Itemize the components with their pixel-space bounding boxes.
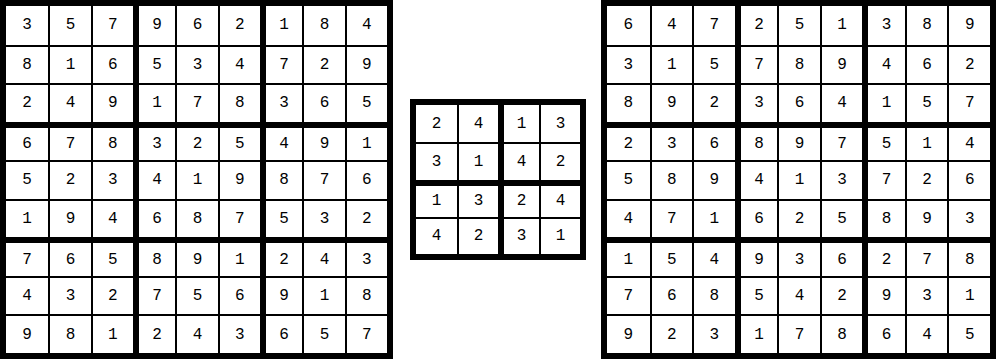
sudoku-cell-right-r3c2: 9 [650, 83, 693, 122]
sudoku-cell-right-r2c1: 3 [607, 45, 650, 84]
sudoku-cell-right-r1c8: 8 [905, 6, 948, 45]
sudoku-cell-left-r9c9: 7 [345, 314, 387, 353]
sudoku-cell-left-r6c8: 3 [302, 199, 344, 238]
sudoku-cell-left-r1c2: 5 [48, 6, 90, 45]
sudoku-cell-left-r4c9: 1 [345, 122, 387, 161]
sudoku-cell-left-r1c7: 1 [260, 6, 302, 45]
sudoku-cell-middle-r4c4: 1 [539, 217, 580, 254]
sudoku-cell-left-r2c8: 2 [302, 45, 344, 84]
sudoku-cell-right-r5c8: 2 [905, 160, 948, 199]
sudoku-cell-right-r1c3: 7 [692, 6, 735, 45]
sudoku-cell-left-r8c2: 3 [48, 276, 90, 315]
sudoku-cell-right-r7c7: 2 [862, 237, 905, 276]
sudoku-cell-right-r4c4: 8 [735, 122, 778, 161]
sudoku-cell-left-r2c5: 3 [175, 45, 217, 84]
sudoku-cell-middle-r2c2: 1 [457, 142, 498, 179]
sudoku-cell-middle-r3c1: 1 [416, 180, 457, 217]
sudoku-cell-right-r6c4: 6 [735, 199, 778, 238]
sudoku-cell-left-r9c7: 6 [260, 314, 302, 353]
sudoku-cell-left-r7c4: 8 [133, 237, 175, 276]
sudoku-cell-left-r4c1: 6 [6, 122, 48, 161]
sudoku-cell-right-r8c5: 4 [777, 276, 820, 315]
sudoku-cell-left-r6c2: 9 [48, 199, 90, 238]
sudoku-cell-left-r3c5: 7 [175, 83, 217, 122]
sudoku-cell-left-r8c6: 6 [218, 276, 260, 315]
sudoku-cell-left-r3c7: 3 [260, 83, 302, 122]
sudoku-cell-left-r7c3: 5 [91, 237, 133, 276]
sudoku-cell-right-r6c5: 2 [777, 199, 820, 238]
sudoku-cell-right-r6c8: 9 [905, 199, 948, 238]
sudoku-cell-right-r4c5: 9 [777, 122, 820, 161]
sudoku-cell-right-r5c9: 6 [947, 160, 990, 199]
sudoku-cell-right-r9c4: 1 [735, 314, 778, 353]
sudoku-cell-left-r4c3: 8 [91, 122, 133, 161]
sudoku-cell-right-r1c6: 1 [820, 6, 863, 45]
sudoku-cell-left-r1c4: 9 [133, 6, 175, 45]
sudoku-cell-right-r3c9: 7 [947, 83, 990, 122]
sudoku-cell-left-r7c7: 2 [260, 237, 302, 276]
sudoku-cell-right-r8c2: 6 [650, 276, 693, 315]
sudoku-cell-right-r6c9: 3 [947, 199, 990, 238]
sudoku-cell-left-r6c4: 6 [133, 199, 175, 238]
sudoku-cell-right-r6c1: 4 [607, 199, 650, 238]
sudoku-cell-left-r8c1: 4 [6, 276, 48, 315]
sudoku-board-middle-4x4: 2413314213244231 [410, 99, 586, 260]
sudoku-cell-right-r3c3: 2 [692, 83, 735, 122]
sudoku-cell-right-r9c7: 6 [862, 314, 905, 353]
sudoku-cell-left-r8c3: 2 [91, 276, 133, 315]
sudoku-cell-right-r7c1: 1 [607, 237, 650, 276]
sudoku-cell-right-r9c2: 2 [650, 314, 693, 353]
sudoku-cell-middle-r3c2: 3 [457, 180, 498, 217]
sudoku-worksheet: 3579621848165347292491783656783254915234… [0, 0, 996, 359]
sudoku-cell-left-r3c2: 4 [48, 83, 90, 122]
sudoku-cell-right-r3c1: 8 [607, 83, 650, 122]
sudoku-cell-right-r9c3: 3 [692, 314, 735, 353]
sudoku-cell-left-r6c6: 7 [218, 199, 260, 238]
sudoku-cell-left-r5c4: 4 [133, 160, 175, 199]
sudoku-cell-right-r8c7: 9 [862, 276, 905, 315]
sudoku-cell-left-r1c6: 2 [218, 6, 260, 45]
sudoku-cell-right-r5c3: 9 [692, 160, 735, 199]
sudoku-cell-left-r4c5: 2 [175, 122, 217, 161]
sudoku-cell-left-r1c1: 3 [6, 6, 48, 45]
sudoku-cell-right-r9c9: 5 [947, 314, 990, 353]
sudoku-cell-right-r5c6: 3 [820, 160, 863, 199]
sudoku-cell-left-r7c9: 3 [345, 237, 387, 276]
sudoku-cell-left-r8c5: 5 [175, 276, 217, 315]
sudoku-cell-middle-r4c2: 2 [457, 217, 498, 254]
sudoku-cell-left-r2c6: 4 [218, 45, 260, 84]
sudoku-cell-left-r2c7: 7 [260, 45, 302, 84]
sudoku-cell-right-r2c2: 1 [650, 45, 693, 84]
sudoku-cell-right-r8c4: 5 [735, 276, 778, 315]
sudoku-cell-right-r9c8: 4 [905, 314, 948, 353]
sudoku-cell-left-r8c9: 8 [345, 276, 387, 315]
sudoku-cell-right-r7c9: 8 [947, 237, 990, 276]
sudoku-cell-right-r9c6: 8 [820, 314, 863, 353]
sudoku-cell-left-r4c6: 5 [218, 122, 260, 161]
sudoku-cell-left-r3c8: 6 [302, 83, 344, 122]
sudoku-cell-right-r8c8: 3 [905, 276, 948, 315]
sudoku-cell-left-r9c2: 8 [48, 314, 90, 353]
sudoku-cell-left-r2c1: 8 [6, 45, 48, 84]
sudoku-cell-left-r4c4: 3 [133, 122, 175, 161]
sudoku-cell-right-r2c8: 6 [905, 45, 948, 84]
sudoku-cell-right-r6c7: 8 [862, 199, 905, 238]
sudoku-cell-right-r1c5: 5 [777, 6, 820, 45]
sudoku-cell-left-r8c7: 9 [260, 276, 302, 315]
sudoku-cell-left-r7c6: 1 [218, 237, 260, 276]
sudoku-cell-left-r2c3: 6 [91, 45, 133, 84]
sudoku-cell-left-r5c7: 8 [260, 160, 302, 199]
sudoku-cell-right-r4c7: 5 [862, 122, 905, 161]
sudoku-cell-right-r2c9: 2 [947, 45, 990, 84]
sudoku-cell-left-r9c6: 3 [218, 314, 260, 353]
sudoku-cell-left-r3c6: 8 [218, 83, 260, 122]
sudoku-cell-left-r6c3: 4 [91, 199, 133, 238]
sudoku-cell-right-r5c2: 8 [650, 160, 693, 199]
sudoku-cell-left-r3c4: 1 [133, 83, 175, 122]
sudoku-cell-middle-r4c3: 3 [498, 217, 539, 254]
sudoku-cell-right-r2c6: 9 [820, 45, 863, 84]
sudoku-cell-right-r6c6: 5 [820, 199, 863, 238]
sudoku-cell-right-r7c4: 9 [735, 237, 778, 276]
sudoku-cell-right-r2c3: 5 [692, 45, 735, 84]
sudoku-cell-left-r6c1: 1 [6, 199, 48, 238]
sudoku-cell-left-r9c3: 1 [91, 314, 133, 353]
sudoku-cell-left-r5c2: 2 [48, 160, 90, 199]
sudoku-cell-left-r2c9: 9 [345, 45, 387, 84]
sudoku-cell-right-r1c4: 2 [735, 6, 778, 45]
sudoku-cell-right-r3c4: 3 [735, 83, 778, 122]
sudoku-cell-left-r1c8: 8 [302, 6, 344, 45]
sudoku-cell-middle-r1c1: 2 [416, 105, 457, 142]
sudoku-cell-right-r2c7: 4 [862, 45, 905, 84]
sudoku-cell-right-r4c9: 4 [947, 122, 990, 161]
sudoku-cell-right-r8c6: 2 [820, 276, 863, 315]
sudoku-cell-right-r7c6: 6 [820, 237, 863, 276]
sudoku-cell-right-r1c1: 6 [607, 6, 650, 45]
sudoku-cell-left-r8c4: 7 [133, 276, 175, 315]
sudoku-cell-right-r5c1: 5 [607, 160, 650, 199]
sudoku-cell-middle-r4c1: 4 [416, 217, 457, 254]
sudoku-cell-right-r4c1: 2 [607, 122, 650, 161]
sudoku-cell-right-r4c8: 1 [905, 122, 948, 161]
sudoku-cell-left-r6c5: 8 [175, 199, 217, 238]
sudoku-cell-left-r9c5: 4 [175, 314, 217, 353]
sudoku-cell-right-r5c5: 1 [777, 160, 820, 199]
sudoku-cell-right-r4c2: 3 [650, 122, 693, 161]
sudoku-cell-right-r8c1: 7 [607, 276, 650, 315]
sudoku-cell-middle-r3c4: 4 [539, 180, 580, 217]
sudoku-cell-right-r3c5: 6 [777, 83, 820, 122]
sudoku-cell-right-r4c3: 6 [692, 122, 735, 161]
sudoku-cell-left-r6c9: 2 [345, 199, 387, 238]
sudoku-cell-right-r2c5: 8 [777, 45, 820, 84]
sudoku-cell-middle-r2c1: 3 [416, 142, 457, 179]
sudoku-board-left-9x9: 3579621848165347292491783656783254915234… [0, 0, 393, 359]
sudoku-cell-left-r4c8: 9 [302, 122, 344, 161]
sudoku-cell-middle-r1c4: 3 [539, 105, 580, 142]
sudoku-cell-middle-r2c4: 2 [539, 142, 580, 179]
sudoku-cell-left-r2c2: 1 [48, 45, 90, 84]
sudoku-cell-middle-r1c3: 1 [498, 105, 539, 142]
sudoku-cell-right-r5c4: 4 [735, 160, 778, 199]
sudoku-cell-left-r7c1: 7 [6, 237, 48, 276]
sudoku-cell-right-r1c7: 3 [862, 6, 905, 45]
sudoku-cell-left-r5c5: 1 [175, 160, 217, 199]
sudoku-cell-left-r5c3: 3 [91, 160, 133, 199]
sudoku-cell-left-r2c4: 5 [133, 45, 175, 84]
sudoku-cell-right-r4c6: 7 [820, 122, 863, 161]
sudoku-cell-right-r6c3: 1 [692, 199, 735, 238]
sudoku-cell-right-r6c2: 7 [650, 199, 693, 238]
sudoku-cell-middle-r1c2: 4 [457, 105, 498, 142]
sudoku-cell-right-r1c9: 9 [947, 6, 990, 45]
sudoku-cell-right-r1c2: 4 [650, 6, 693, 45]
sudoku-cell-left-r4c7: 4 [260, 122, 302, 161]
sudoku-cell-right-r9c1: 9 [607, 314, 650, 353]
sudoku-cell-right-r3c6: 4 [820, 83, 863, 122]
sudoku-cell-left-r3c3: 9 [91, 83, 133, 122]
sudoku-cell-right-r8c9: 1 [947, 276, 990, 315]
sudoku-cell-right-r9c5: 7 [777, 314, 820, 353]
sudoku-cell-right-r3c8: 5 [905, 83, 948, 122]
sudoku-cell-left-r5c9: 6 [345, 160, 387, 199]
sudoku-cell-right-r7c5: 3 [777, 237, 820, 276]
sudoku-cell-left-r8c8: 1 [302, 276, 344, 315]
sudoku-cell-left-r1c5: 6 [175, 6, 217, 45]
sudoku-cell-left-r3c9: 5 [345, 83, 387, 122]
sudoku-cell-right-r5c7: 7 [862, 160, 905, 199]
sudoku-cell-right-r7c8: 7 [905, 237, 948, 276]
sudoku-cell-right-r7c2: 5 [650, 237, 693, 276]
sudoku-cell-left-r1c9: 4 [345, 6, 387, 45]
sudoku-board-right-9x9: 6472513893157894628923641572368975145894… [601, 0, 996, 359]
sudoku-cell-right-r2c4: 7 [735, 45, 778, 84]
sudoku-cell-left-r5c8: 7 [302, 160, 344, 199]
sudoku-cell-left-r7c8: 4 [302, 237, 344, 276]
sudoku-cell-right-r3c7: 1 [862, 83, 905, 122]
sudoku-cell-left-r4c2: 7 [48, 122, 90, 161]
sudoku-cell-middle-r2c3: 4 [498, 142, 539, 179]
sudoku-cell-left-r9c4: 2 [133, 314, 175, 353]
sudoku-cell-left-r1c3: 7 [91, 6, 133, 45]
sudoku-cell-right-r7c3: 4 [692, 237, 735, 276]
sudoku-cell-left-r7c2: 6 [48, 237, 90, 276]
sudoku-cell-left-r6c7: 5 [260, 199, 302, 238]
sudoku-cell-middle-r3c3: 2 [498, 180, 539, 217]
sudoku-cell-left-r5c1: 5 [6, 160, 48, 199]
sudoku-cell-left-r9c1: 9 [6, 314, 48, 353]
sudoku-cell-left-r5c6: 9 [218, 160, 260, 199]
sudoku-cell-left-r3c1: 2 [6, 83, 48, 122]
sudoku-cell-left-r7c5: 9 [175, 237, 217, 276]
sudoku-cell-right-r8c3: 8 [692, 276, 735, 315]
sudoku-cell-left-r9c8: 5 [302, 314, 344, 353]
